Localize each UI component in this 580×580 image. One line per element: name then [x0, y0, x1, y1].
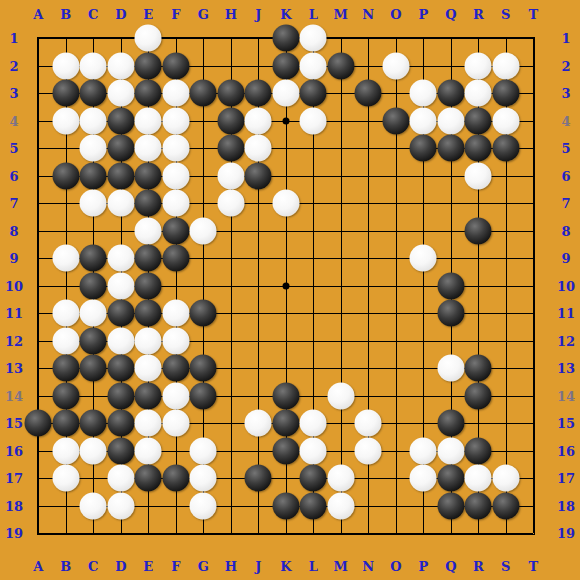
black-stone [465, 217, 492, 244]
column-label-top: G [198, 8, 209, 21]
white-stone [135, 25, 162, 52]
row-label-right: 2 [561, 59, 570, 72]
black-stone [355, 80, 382, 107]
black-stone [52, 355, 79, 382]
row-label-left: 10 [5, 279, 23, 292]
white-stone [245, 410, 272, 437]
white-stone [162, 135, 189, 162]
column-label-top: A [33, 8, 43, 21]
black-stone [107, 410, 134, 437]
white-stone [162, 80, 189, 107]
black-stone [437, 492, 464, 519]
row-label-right: 19 [557, 527, 575, 540]
go-board[interactable]: AABBCCDDEEFFGGHHJJKKLLMMNNOOPPQQRRSSTT11… [0, 0, 580, 580]
white-stone [300, 25, 327, 52]
row-label-right: 10 [557, 279, 575, 292]
row-label-right: 16 [557, 444, 575, 457]
black-stone [465, 437, 492, 464]
column-label-top: C [88, 8, 98, 21]
white-stone [300, 107, 327, 134]
black-stone [437, 80, 464, 107]
black-stone [190, 382, 217, 409]
column-label-top: O [390, 8, 401, 21]
black-stone [300, 492, 327, 519]
white-stone [465, 162, 492, 189]
white-stone [492, 465, 519, 492]
row-label-left: 12 [5, 334, 23, 347]
white-stone [410, 437, 437, 464]
column-label-bottom: F [171, 560, 180, 573]
white-stone [300, 52, 327, 79]
black-stone [437, 410, 464, 437]
white-stone [162, 162, 189, 189]
column-label-top: S [501, 8, 510, 21]
white-stone [162, 300, 189, 327]
row-label-left: 17 [5, 472, 23, 485]
white-stone [80, 135, 107, 162]
row-label-right: 7 [561, 197, 570, 210]
black-stone [52, 80, 79, 107]
black-stone [162, 355, 189, 382]
column-label-top: D [115, 8, 126, 21]
black-stone [80, 410, 107, 437]
white-stone [52, 300, 79, 327]
column-label-top: M [334, 8, 348, 21]
column-label-top: P [418, 8, 428, 21]
grid-line-horizontal [38, 533, 533, 534]
white-stone [107, 492, 134, 519]
white-stone [135, 355, 162, 382]
black-stone [135, 300, 162, 327]
white-stone [355, 410, 382, 437]
row-label-right: 18 [557, 499, 575, 512]
white-stone [52, 245, 79, 272]
white-stone [80, 107, 107, 134]
column-label-bottom: O [390, 560, 401, 573]
row-label-right: 11 [557, 307, 575, 320]
white-stone [52, 437, 79, 464]
white-stone [410, 465, 437, 492]
black-stone [52, 410, 79, 437]
grid-line-vertical [341, 38, 342, 533]
row-label-left: 5 [9, 142, 18, 155]
white-stone [162, 107, 189, 134]
black-stone [437, 465, 464, 492]
row-label-left: 19 [5, 527, 23, 540]
white-stone [465, 80, 492, 107]
column-label-bottom: B [60, 560, 71, 573]
black-stone [272, 25, 299, 52]
black-stone [52, 382, 79, 409]
star-point [282, 282, 289, 289]
black-stone [80, 272, 107, 299]
column-label-bottom: Q [445, 560, 456, 573]
white-stone [382, 52, 409, 79]
black-stone [245, 465, 272, 492]
white-stone [327, 492, 354, 519]
black-stone [190, 300, 217, 327]
row-label-left: 6 [9, 169, 18, 182]
white-stone [80, 437, 107, 464]
black-stone [135, 465, 162, 492]
white-stone [190, 437, 217, 464]
white-stone [162, 382, 189, 409]
column-label-top: Q [445, 8, 456, 21]
black-stone [107, 162, 134, 189]
black-stone [107, 300, 134, 327]
white-stone [107, 465, 134, 492]
black-stone [25, 410, 52, 437]
row-label-right: 9 [561, 252, 570, 265]
row-label-left: 7 [9, 197, 18, 210]
white-stone [245, 107, 272, 134]
row-label-right: 13 [557, 362, 575, 375]
black-stone [437, 272, 464, 299]
white-stone [135, 327, 162, 354]
white-stone [190, 465, 217, 492]
white-stone [80, 492, 107, 519]
row-label-left: 18 [5, 499, 23, 512]
white-stone [300, 410, 327, 437]
black-stone [492, 135, 519, 162]
row-label-left: 14 [5, 389, 23, 402]
white-stone [135, 135, 162, 162]
black-stone [52, 162, 79, 189]
black-stone [135, 190, 162, 217]
row-label-right: 4 [561, 114, 570, 127]
column-label-top: E [143, 8, 153, 21]
black-stone [382, 107, 409, 134]
black-stone [300, 465, 327, 492]
black-stone [107, 382, 134, 409]
white-stone [492, 52, 519, 79]
white-stone [80, 300, 107, 327]
column-label-bottom: L [309, 560, 318, 573]
white-stone [272, 190, 299, 217]
column-label-bottom: G [198, 560, 209, 573]
white-stone [217, 162, 244, 189]
white-stone [327, 465, 354, 492]
black-stone [162, 52, 189, 79]
black-stone [465, 355, 492, 382]
column-label-bottom: K [280, 560, 291, 573]
column-label-top: L [309, 8, 318, 21]
black-stone [245, 162, 272, 189]
white-stone [135, 217, 162, 244]
black-stone [135, 272, 162, 299]
white-stone [327, 382, 354, 409]
grid-line-vertical [533, 38, 534, 533]
white-stone [217, 190, 244, 217]
black-stone [80, 162, 107, 189]
white-stone [190, 492, 217, 519]
black-stone [162, 465, 189, 492]
black-stone [300, 80, 327, 107]
black-stone [162, 217, 189, 244]
row-label-right: 3 [561, 87, 570, 100]
row-label-right: 17 [557, 472, 575, 485]
white-stone [272, 80, 299, 107]
black-stone [272, 437, 299, 464]
white-stone [135, 410, 162, 437]
black-stone [492, 80, 519, 107]
black-stone [107, 135, 134, 162]
black-stone [437, 135, 464, 162]
white-stone [162, 190, 189, 217]
row-label-left: 8 [9, 224, 18, 237]
black-stone [465, 135, 492, 162]
row-label-left: 16 [5, 444, 23, 457]
black-stone [135, 162, 162, 189]
white-stone [162, 327, 189, 354]
white-stone [107, 80, 134, 107]
black-stone [327, 52, 354, 79]
white-stone [107, 245, 134, 272]
black-stone [217, 107, 244, 134]
black-stone [80, 327, 107, 354]
row-label-left: 9 [9, 252, 18, 265]
black-stone [272, 382, 299, 409]
row-label-right: 15 [557, 417, 575, 430]
white-stone [437, 437, 464, 464]
black-stone [107, 107, 134, 134]
column-label-bottom: H [225, 560, 237, 573]
white-stone [437, 355, 464, 382]
black-stone [465, 107, 492, 134]
row-label-right: 5 [561, 142, 570, 155]
column-label-top: H [225, 8, 237, 21]
white-stone [465, 465, 492, 492]
column-label-bottom: J [255, 560, 261, 573]
column-label-bottom: C [88, 560, 98, 573]
column-label-top: B [60, 8, 71, 21]
black-stone [80, 355, 107, 382]
column-label-top: T [528, 8, 538, 21]
row-label-left: 2 [9, 59, 18, 72]
black-stone [107, 355, 134, 382]
column-label-bottom: A [33, 560, 43, 573]
row-label-left: 15 [5, 417, 23, 430]
row-label-left: 11 [5, 307, 23, 320]
row-label-right: 1 [561, 32, 570, 45]
column-label-bottom: P [418, 560, 428, 573]
white-stone [52, 327, 79, 354]
white-stone [300, 437, 327, 464]
black-stone [245, 80, 272, 107]
black-stone [162, 245, 189, 272]
column-label-bottom: R [473, 560, 484, 573]
white-stone [80, 52, 107, 79]
black-stone [465, 492, 492, 519]
black-stone [272, 52, 299, 79]
black-stone [190, 80, 217, 107]
white-stone [190, 217, 217, 244]
column-label-top: J [255, 8, 261, 21]
white-stone [107, 52, 134, 79]
row-label-right: 6 [561, 169, 570, 182]
row-label-right: 12 [557, 334, 575, 347]
row-label-right: 14 [557, 389, 575, 402]
column-label-bottom: T [528, 560, 538, 573]
black-stone [80, 245, 107, 272]
white-stone [107, 272, 134, 299]
row-label-left: 13 [5, 362, 23, 375]
white-stone [162, 410, 189, 437]
white-stone [107, 327, 134, 354]
row-label-right: 8 [561, 224, 570, 237]
white-stone [245, 135, 272, 162]
black-stone [190, 355, 217, 382]
white-stone [410, 245, 437, 272]
black-stone [272, 492, 299, 519]
white-stone [52, 465, 79, 492]
row-label-left: 1 [9, 32, 18, 45]
white-stone [355, 437, 382, 464]
black-stone [135, 80, 162, 107]
white-stone [135, 437, 162, 464]
column-label-bottom: N [362, 560, 374, 573]
black-stone [272, 410, 299, 437]
white-stone [437, 107, 464, 134]
row-label-left: 3 [9, 87, 18, 100]
black-stone [80, 80, 107, 107]
column-label-top: K [280, 8, 291, 21]
white-stone [52, 52, 79, 79]
column-label-bottom: E [143, 560, 153, 573]
white-stone [492, 107, 519, 134]
column-label-top: N [362, 8, 374, 21]
white-stone [410, 107, 437, 134]
star-point [282, 117, 289, 124]
black-stone [217, 80, 244, 107]
black-stone [465, 382, 492, 409]
white-stone [465, 52, 492, 79]
white-stone [52, 107, 79, 134]
row-label-left: 4 [9, 114, 18, 127]
black-stone [107, 437, 134, 464]
black-stone [492, 492, 519, 519]
column-label-top: F [171, 8, 180, 21]
black-stone [437, 300, 464, 327]
black-stone [410, 135, 437, 162]
black-stone [135, 382, 162, 409]
column-label-bottom: S [501, 560, 510, 573]
column-label-bottom: D [115, 560, 126, 573]
black-stone [135, 52, 162, 79]
column-label-bottom: M [334, 560, 348, 573]
white-stone [80, 190, 107, 217]
black-stone [217, 135, 244, 162]
white-stone [135, 107, 162, 134]
black-stone [135, 245, 162, 272]
column-label-top: R [473, 8, 484, 21]
white-stone [410, 80, 437, 107]
white-stone [107, 190, 134, 217]
